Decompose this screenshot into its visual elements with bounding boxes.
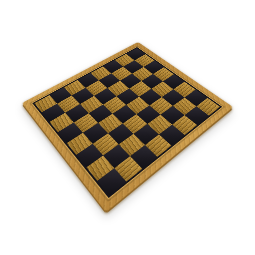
chess-board — [22, 42, 233, 212]
board-inner-border — [32, 47, 223, 199]
board-grid — [35, 48, 220, 195]
photo-background — [0, 0, 255, 255]
board-shadow-wrapper — [0, 0, 255, 255]
